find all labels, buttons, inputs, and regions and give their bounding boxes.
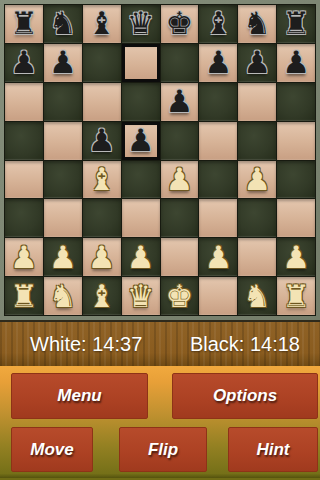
- white-knight-piece: ♞: [243, 281, 271, 312]
- black-pawn-piece: ♟: [243, 47, 271, 78]
- square-f4[interactable]: [199, 161, 237, 199]
- square-g1[interactable]: ♞: [238, 277, 276, 315]
- square-c1[interactable]: ♝: [83, 277, 121, 315]
- square-e8[interactable]: ♚: [161, 5, 199, 43]
- square-d6[interactable]: [122, 83, 160, 121]
- square-h2[interactable]: ♟: [277, 238, 315, 276]
- move-button[interactable]: Move: [11, 427, 93, 472]
- square-e1[interactable]: ♚: [161, 277, 199, 315]
- white-queen-piece: ♛: [127, 281, 155, 312]
- square-a4[interactable]: [5, 161, 43, 199]
- black-pawn-piece: ♟: [88, 125, 116, 156]
- square-c3[interactable]: [83, 199, 121, 237]
- square-g2[interactable]: [238, 238, 276, 276]
- black-pawn-piece: ♟: [127, 125, 155, 156]
- black-bishop-piece: ♝: [88, 8, 116, 39]
- square-d7[interactable]: [122, 44, 160, 82]
- square-f6[interactable]: [199, 83, 237, 121]
- black-bishop-piece: ♝: [204, 8, 232, 39]
- white-king-piece: ♚: [166, 281, 194, 312]
- hint-button[interactable]: Hint: [228, 427, 318, 472]
- square-c8[interactable]: ♝: [83, 5, 121, 43]
- black-knight-piece: ♞: [243, 8, 271, 39]
- square-e3[interactable]: [161, 199, 199, 237]
- options-button[interactable]: Options: [172, 373, 318, 419]
- black-timer: Black: 14:18: [190, 333, 300, 356]
- square-c7[interactable]: [83, 44, 121, 82]
- square-d2[interactable]: ♟: [122, 238, 160, 276]
- square-d1[interactable]: ♛: [122, 277, 160, 315]
- board: ♜♞♝♛♚♝♞♜♟♟♟♟♟♟♟♟♝♟♟♟♟♟♟♟♟♜♞♝♛♚♞♜: [4, 4, 316, 316]
- square-f2[interactable]: ♟: [199, 238, 237, 276]
- square-e4[interactable]: ♟: [161, 161, 199, 199]
- square-a8[interactable]: ♜: [5, 5, 43, 43]
- white-pawn-piece: ♟: [243, 164, 271, 195]
- black-king-piece: ♚: [166, 8, 194, 39]
- square-g8[interactable]: ♞: [238, 5, 276, 43]
- black-rook-piece: ♜: [10, 8, 38, 39]
- white-bishop-piece: ♝: [88, 164, 116, 195]
- timer-bar: White: 14:37 Black: 14:18: [0, 320, 320, 366]
- white-rook-piece: ♜: [10, 281, 38, 312]
- black-pawn-piece: ♟: [204, 47, 232, 78]
- square-b3[interactable]: [44, 199, 82, 237]
- square-a7[interactable]: ♟: [5, 44, 43, 82]
- square-a5[interactable]: [5, 122, 43, 160]
- square-f1[interactable]: [199, 277, 237, 315]
- square-h5[interactable]: [277, 122, 315, 160]
- square-e6[interactable]: ♟: [161, 83, 199, 121]
- square-c6[interactable]: [83, 83, 121, 121]
- square-e5[interactable]: [161, 122, 199, 160]
- square-b8[interactable]: ♞: [44, 5, 82, 43]
- square-f7[interactable]: ♟: [199, 44, 237, 82]
- square-a1[interactable]: ♜: [5, 277, 43, 315]
- square-e2[interactable]: [161, 238, 199, 276]
- white-rook-piece: ♜: [282, 281, 310, 312]
- flip-button[interactable]: Flip: [119, 427, 207, 472]
- black-pawn-piece: ♟: [10, 47, 38, 78]
- white-pawn-piece: ♟: [204, 242, 232, 273]
- black-pawn-piece: ♟: [166, 86, 194, 117]
- square-g7[interactable]: ♟: [238, 44, 276, 82]
- square-c4[interactable]: ♝: [83, 161, 121, 199]
- chess-board-frame: ♜♞♝♛♚♝♞♜♟♟♟♟♟♟♟♟♝♟♟♟♟♟♟♟♟♜♞♝♛♚♞♜: [0, 0, 320, 320]
- square-f8[interactable]: ♝: [199, 5, 237, 43]
- button-panel: Menu Options Move Flip Hint: [0, 366, 320, 478]
- app-screen: ♜♞♝♛♚♝♞♜♟♟♟♟♟♟♟♟♝♟♟♟♟♟♟♟♟♜♞♝♛♚♞♜ White: …: [0, 0, 320, 480]
- square-a6[interactable]: [5, 83, 43, 121]
- black-pawn-piece: ♟: [49, 47, 77, 78]
- white-pawn-piece: ♟: [88, 242, 116, 273]
- square-c2[interactable]: ♟: [83, 238, 121, 276]
- square-a3[interactable]: [5, 199, 43, 237]
- square-h3[interactable]: [277, 199, 315, 237]
- menu-button[interactable]: Menu: [11, 373, 148, 419]
- square-d8[interactable]: ♛: [122, 5, 160, 43]
- square-h6[interactable]: [277, 83, 315, 121]
- white-timer: White: 14:37: [30, 333, 142, 356]
- square-f3[interactable]: [199, 199, 237, 237]
- square-g3[interactable]: [238, 199, 276, 237]
- black-knight-piece: ♞: [49, 8, 77, 39]
- square-f5[interactable]: [199, 122, 237, 160]
- white-knight-piece: ♞: [49, 281, 77, 312]
- square-b2[interactable]: ♟: [44, 238, 82, 276]
- white-bishop-piece: ♝: [88, 281, 116, 312]
- white-pawn-piece: ♟: [10, 242, 38, 273]
- square-b6[interactable]: [44, 83, 82, 121]
- square-e7[interactable]: [161, 44, 199, 82]
- square-g5[interactable]: [238, 122, 276, 160]
- white-pawn-piece: ♟: [282, 242, 310, 273]
- black-queen-piece: ♛: [127, 8, 155, 39]
- square-g6[interactable]: [238, 83, 276, 121]
- square-b5[interactable]: [44, 122, 82, 160]
- square-b4[interactable]: [44, 161, 82, 199]
- square-c5[interactable]: ♟: [83, 122, 121, 160]
- square-h8[interactable]: ♜: [277, 5, 315, 43]
- black-pawn-piece: ♟: [282, 47, 310, 78]
- square-b7[interactable]: ♟: [44, 44, 82, 82]
- square-a2[interactable]: ♟: [5, 238, 43, 276]
- square-h4[interactable]: [277, 161, 315, 199]
- square-d4[interactable]: [122, 161, 160, 199]
- white-pawn-piece: ♟: [49, 242, 77, 273]
- white-pawn-piece: ♟: [127, 242, 155, 273]
- black-rook-piece: ♜: [282, 8, 310, 39]
- square-b1[interactable]: ♞: [44, 277, 82, 315]
- square-h1[interactable]: ♜: [277, 277, 315, 315]
- square-g4[interactable]: ♟: [238, 161, 276, 199]
- square-d3[interactable]: [122, 199, 160, 237]
- square-d5[interactable]: ♟: [122, 122, 160, 160]
- square-h7[interactable]: ♟: [277, 44, 315, 82]
- white-pawn-piece: ♟: [166, 164, 194, 195]
